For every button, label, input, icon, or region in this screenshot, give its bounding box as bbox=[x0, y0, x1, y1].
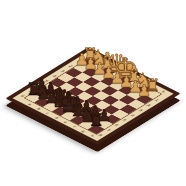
chess-set-photo: abcdefgh abcdefgh 12345678 12345678 ♜♞♝♛… bbox=[0, 0, 186, 186]
piece-glyph: ♟ bbox=[131, 83, 157, 99]
board-border: abcdefgh abcdefgh 12345678 12345678 ♜♞♝♛… bbox=[13, 51, 174, 141]
chess-board: abcdefgh abcdefgh 12345678 12345678 ♜♞♝♛… bbox=[5, 47, 180, 145]
piece-glyph: ♜ bbox=[83, 112, 109, 129]
